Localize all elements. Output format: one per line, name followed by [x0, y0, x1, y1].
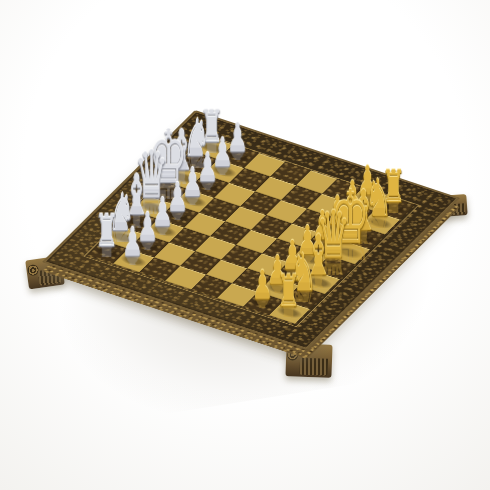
- chess-set-photo: ♜♟♞♟♝♟♚♟♛♟♝♟♟♞♜♟♟♜♞♟♟♝♟♚♟♛♟♝♟♞♟♜: [0, 0, 490, 490]
- pawn-glyph-icon: ♟: [115, 222, 150, 262]
- rook-glyph-icon: ♜: [271, 268, 306, 313]
